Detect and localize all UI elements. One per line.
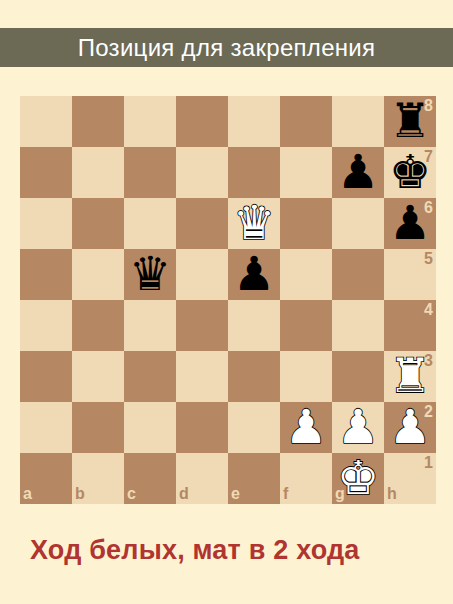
square-g2[interactable]: ♟ — [332, 402, 384, 453]
square-a6[interactable] — [20, 198, 72, 249]
file-label-a: a — [23, 486, 32, 502]
square-c3[interactable] — [124, 351, 176, 402]
square-f1[interactable]: f — [280, 453, 332, 504]
rank-label-2: 2 — [424, 404, 433, 420]
chess-board: ♜8♟♚7♛♟6♛♟54♜3♟♟♟2abcdef♚g1h — [20, 96, 436, 504]
square-a3[interactable] — [20, 351, 72, 402]
square-d6[interactable] — [176, 198, 228, 249]
rank-label-8: 8 — [424, 98, 433, 114]
white-queen-e6: ♛ — [233, 199, 275, 246]
square-f5[interactable] — [280, 249, 332, 300]
square-e8[interactable] — [228, 96, 280, 147]
square-b7[interactable] — [72, 147, 124, 198]
square-c7[interactable] — [124, 147, 176, 198]
file-label-d: d — [179, 486, 189, 502]
square-a8[interactable] — [20, 96, 72, 147]
square-a1[interactable]: a — [20, 453, 72, 504]
file-label-g: g — [335, 486, 345, 502]
square-c5[interactable]: ♛ — [124, 249, 176, 300]
square-e1[interactable]: e — [228, 453, 280, 504]
square-b4[interactable] — [72, 300, 124, 351]
square-h2[interactable]: ♟2 — [384, 402, 436, 453]
square-a5[interactable] — [20, 249, 72, 300]
square-g8[interactable] — [332, 96, 384, 147]
file-label-f: f — [283, 486, 288, 502]
square-d3[interactable] — [176, 351, 228, 402]
square-d4[interactable] — [176, 300, 228, 351]
square-e3[interactable] — [228, 351, 280, 402]
square-f6[interactable] — [280, 198, 332, 249]
rank-label-6: 6 — [424, 200, 433, 216]
black-pawn-g7: ♟ — [337, 148, 379, 195]
rank-label-1: 1 — [424, 455, 433, 471]
square-b1[interactable]: b — [72, 453, 124, 504]
square-d1[interactable]: d — [176, 453, 228, 504]
square-b8[interactable] — [72, 96, 124, 147]
square-g4[interactable] — [332, 300, 384, 351]
rank-label-5: 5 — [424, 251, 433, 267]
white-pawn-f2: ♟ — [285, 403, 327, 450]
rank-label-7: 7 — [424, 149, 433, 165]
square-d2[interactable] — [176, 402, 228, 453]
square-d5[interactable] — [176, 249, 228, 300]
square-g6[interactable] — [332, 198, 384, 249]
rank-label-4: 4 — [424, 302, 433, 318]
square-h6[interactable]: ♟6 — [384, 198, 436, 249]
square-c1[interactable]: c — [124, 453, 176, 504]
page-title: Позиция для закрепления — [78, 34, 376, 62]
square-g1[interactable]: ♚g — [332, 453, 384, 504]
square-h4[interactable]: 4 — [384, 300, 436, 351]
file-label-c: c — [127, 486, 136, 502]
square-h8[interactable]: ♜8 — [384, 96, 436, 147]
square-b3[interactable] — [72, 351, 124, 402]
square-e7[interactable] — [228, 147, 280, 198]
square-e6[interactable]: ♛ — [228, 198, 280, 249]
square-d7[interactable] — [176, 147, 228, 198]
square-a2[interactable] — [20, 402, 72, 453]
puzzle-caption: Ход белых, мат в 2 хода — [30, 535, 360, 566]
file-label-b: b — [75, 486, 85, 502]
square-g3[interactable] — [332, 351, 384, 402]
square-b5[interactable] — [72, 249, 124, 300]
square-d8[interactable] — [176, 96, 228, 147]
square-b6[interactable] — [72, 198, 124, 249]
file-label-e: e — [231, 486, 240, 502]
square-h5[interactable]: 5 — [384, 249, 436, 300]
square-f3[interactable] — [280, 351, 332, 402]
screen: Позиция для закрепления ♜8♟♚7♛♟6♛♟54♜3♟♟… — [0, 0, 453, 604]
square-g7[interactable]: ♟ — [332, 147, 384, 198]
square-h3[interactable]: ♜3 — [384, 351, 436, 402]
square-f4[interactable] — [280, 300, 332, 351]
title-bar: Позиция для закрепления — [0, 28, 453, 67]
white-pawn-g2: ♟ — [337, 403, 379, 450]
square-a7[interactable] — [20, 147, 72, 198]
square-f2[interactable]: ♟ — [280, 402, 332, 453]
square-c8[interactable] — [124, 96, 176, 147]
square-c4[interactable] — [124, 300, 176, 351]
square-c6[interactable] — [124, 198, 176, 249]
square-a4[interactable] — [20, 300, 72, 351]
square-g5[interactable] — [332, 249, 384, 300]
square-h1[interactable]: 1h — [384, 453, 436, 504]
black-queen-c5: ♛ — [129, 250, 171, 297]
square-c2[interactable] — [124, 402, 176, 453]
square-f7[interactable] — [280, 147, 332, 198]
square-e5[interactable]: ♟ — [228, 249, 280, 300]
rank-label-3: 3 — [424, 353, 433, 369]
square-h7[interactable]: ♚7 — [384, 147, 436, 198]
square-e4[interactable] — [228, 300, 280, 351]
square-f8[interactable] — [280, 96, 332, 147]
square-b2[interactable] — [72, 402, 124, 453]
black-pawn-e5: ♟ — [233, 250, 275, 297]
file-label-h: h — [387, 486, 397, 502]
square-e2[interactable] — [228, 402, 280, 453]
